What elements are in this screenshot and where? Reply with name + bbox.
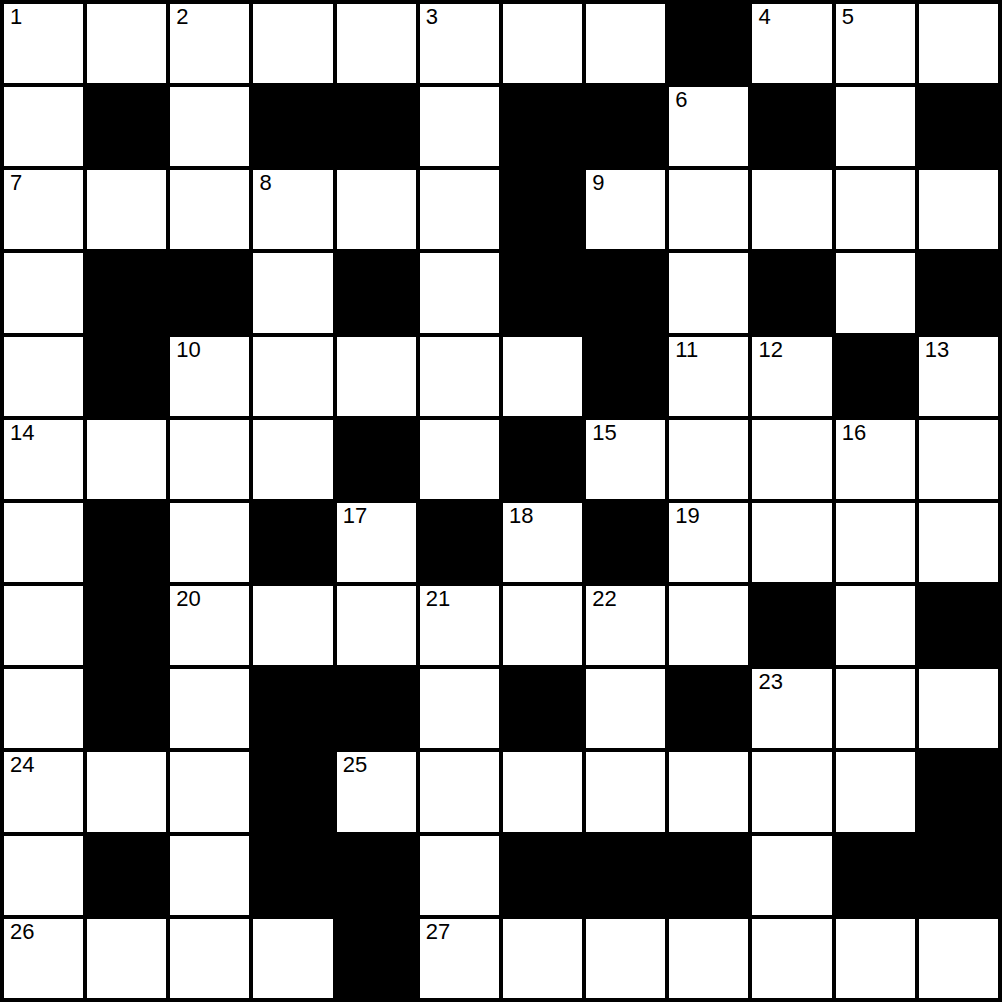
block-cell-r3c11 (919, 253, 998, 332)
cell-r7c0[interactable] (4, 586, 83, 665)
cell-r2c5[interactable] (420, 170, 499, 249)
cell-r5c8[interactable] (669, 420, 748, 499)
block-cell-r10c11 (919, 836, 998, 915)
block-cell-r5c4 (337, 420, 416, 499)
cell-r11c8[interactable] (669, 919, 748, 998)
cell-r1c10[interactable] (836, 87, 915, 166)
cell-r5c2[interactable] (170, 420, 249, 499)
cell-r1c8[interactable]: 6 (669, 87, 748, 166)
block-cell-r10c6 (503, 836, 582, 915)
cell-r2c3[interactable]: 8 (253, 170, 332, 249)
cell-r4c2[interactable]: 10 (170, 337, 249, 416)
clue-number-19: 19 (675, 503, 699, 529)
cell-r2c8[interactable] (669, 170, 748, 249)
block-cell-r8c4 (337, 669, 416, 748)
cell-r4c4[interactable] (337, 337, 416, 416)
block-cell-r1c1 (87, 87, 166, 166)
block-cell-r10c8 (669, 836, 748, 915)
cell-r8c9[interactable]: 23 (752, 669, 831, 748)
block-cell-r3c2 (170, 253, 249, 332)
cell-r4c9[interactable]: 12 (752, 337, 831, 416)
cell-r11c7[interactable] (586, 919, 665, 998)
cell-r8c11[interactable] (919, 669, 998, 748)
clue-number-18: 18 (509, 503, 533, 529)
clue-number-21: 21 (426, 586, 450, 612)
cell-r1c2[interactable] (170, 87, 249, 166)
block-cell-r1c11 (919, 87, 998, 166)
cell-r2c11[interactable] (919, 170, 998, 249)
cell-r5c9[interactable] (752, 420, 831, 499)
cell-r10c5[interactable] (420, 836, 499, 915)
block-cell-r6c3 (253, 503, 332, 582)
cell-r2c1[interactable] (87, 170, 166, 249)
clue-number-23: 23 (758, 669, 782, 695)
block-cell-r6c1 (87, 503, 166, 582)
cell-r0c2[interactable]: 2 (170, 4, 249, 83)
cell-r0c11[interactable] (919, 4, 998, 83)
cell-r11c3[interactable] (253, 919, 332, 998)
clue-number-22: 22 (592, 586, 616, 612)
cell-r6c10[interactable] (836, 503, 915, 582)
cell-r9c1[interactable] (87, 752, 166, 831)
cell-r10c0[interactable] (4, 836, 83, 915)
cell-r9c5[interactable] (420, 752, 499, 831)
cell-r1c0[interactable] (4, 87, 83, 166)
cell-r8c5[interactable] (420, 669, 499, 748)
cell-r11c2[interactable] (170, 919, 249, 998)
block-cell-r10c3 (253, 836, 332, 915)
clue-number-13: 13 (925, 337, 949, 363)
block-cell-r8c8 (669, 669, 748, 748)
clue-number-4: 4 (758, 4, 770, 30)
block-cell-r5c6 (503, 420, 582, 499)
block-cell-r2c6 (503, 170, 582, 249)
cell-r5c5[interactable] (420, 420, 499, 499)
cell-r3c10[interactable] (836, 253, 915, 332)
block-cell-r3c1 (87, 253, 166, 332)
block-cell-r10c1 (87, 836, 166, 915)
cell-r9c4[interactable]: 25 (337, 752, 416, 831)
cell-r9c7[interactable] (586, 752, 665, 831)
cell-r11c10[interactable] (836, 919, 915, 998)
cell-r11c11[interactable] (919, 919, 998, 998)
cell-r3c0[interactable] (4, 253, 83, 332)
cell-r9c6[interactable] (503, 752, 582, 831)
crossword-board: 1234567891011121314151617181920212223242… (0, 0, 1002, 1002)
clue-number-3: 3 (426, 4, 438, 30)
block-cell-r1c6 (503, 87, 582, 166)
block-cell-r3c9 (752, 253, 831, 332)
cell-r8c10[interactable] (836, 669, 915, 748)
cell-r2c10[interactable] (836, 170, 915, 249)
cell-r10c9[interactable] (752, 836, 831, 915)
block-cell-r8c6 (503, 669, 582, 748)
block-cell-r10c7 (586, 836, 665, 915)
block-cell-r1c4 (337, 87, 416, 166)
cell-r5c10[interactable]: 16 (836, 420, 915, 499)
clue-number-10: 10 (176, 337, 200, 363)
clue-number-6: 6 (675, 87, 687, 113)
cell-r6c8[interactable]: 19 (669, 503, 748, 582)
cell-r7c5[interactable]: 21 (420, 586, 499, 665)
cell-r9c2[interactable] (170, 752, 249, 831)
cell-r11c0[interactable]: 26 (4, 919, 83, 998)
cell-r0c3[interactable] (253, 4, 332, 83)
cell-r4c11[interactable]: 13 (919, 337, 998, 416)
block-cell-r1c7 (586, 87, 665, 166)
cell-r7c6[interactable] (503, 586, 582, 665)
block-cell-r1c3 (253, 87, 332, 166)
cell-r9c8[interactable] (669, 752, 748, 831)
block-cell-r6c7 (586, 503, 665, 582)
cell-r10c2[interactable] (170, 836, 249, 915)
block-cell-r9c11 (919, 752, 998, 831)
block-cell-r4c1 (87, 337, 166, 416)
cell-r7c10[interactable] (836, 586, 915, 665)
cell-r6c6[interactable]: 18 (503, 503, 582, 582)
block-cell-r7c11 (919, 586, 998, 665)
clue-number-15: 15 (592, 420, 616, 446)
cell-r5c3[interactable] (253, 420, 332, 499)
cell-r6c4[interactable]: 17 (337, 503, 416, 582)
clue-number-25: 25 (343, 752, 367, 778)
cell-r0c4[interactable] (337, 4, 416, 83)
cell-r11c5[interactable]: 27 (420, 919, 499, 998)
block-cell-r10c4 (337, 836, 416, 915)
clue-number-7: 7 (10, 170, 22, 196)
cell-r1c5[interactable] (420, 87, 499, 166)
block-cell-r6c5 (420, 503, 499, 582)
cell-r5c1[interactable] (87, 420, 166, 499)
cell-r7c8[interactable] (669, 586, 748, 665)
cell-r5c11[interactable] (919, 420, 998, 499)
block-cell-r11c4 (337, 919, 416, 998)
cell-r5c0[interactable]: 14 (4, 420, 83, 499)
cell-r8c0[interactable] (4, 669, 83, 748)
cell-r2c4[interactable] (337, 170, 416, 249)
clue-number-12: 12 (758, 337, 782, 363)
cell-r6c9[interactable] (752, 503, 831, 582)
clue-number-16: 16 (842, 420, 866, 446)
clue-number-8: 8 (259, 170, 271, 196)
cell-r2c9[interactable] (752, 170, 831, 249)
cell-r6c11[interactable] (919, 503, 998, 582)
clue-number-5: 5 (842, 4, 854, 30)
block-cell-r3c6 (503, 253, 582, 332)
cell-r3c8[interactable] (669, 253, 748, 332)
clue-number-14: 14 (10, 420, 34, 446)
cell-r4c8[interactable]: 11 (669, 337, 748, 416)
cell-r11c6[interactable] (503, 919, 582, 998)
cell-r0c5[interactable]: 3 (420, 4, 499, 83)
cell-r0c9[interactable]: 4 (752, 4, 831, 83)
cell-r0c1[interactable] (87, 4, 166, 83)
cell-r4c6[interactable] (503, 337, 582, 416)
cell-r8c7[interactable] (586, 669, 665, 748)
block-cell-r1c9 (752, 87, 831, 166)
clue-number-24: 24 (10, 752, 34, 778)
clue-number-17: 17 (343, 503, 367, 529)
block-cell-r10c10 (836, 836, 915, 915)
cell-r8c2[interactable] (170, 669, 249, 748)
clue-number-1: 1 (10, 4, 22, 30)
cell-r2c7[interactable]: 9 (586, 170, 665, 249)
cell-r9c9[interactable] (752, 752, 831, 831)
clue-number-20: 20 (176, 586, 200, 612)
block-cell-r9c3 (253, 752, 332, 831)
cell-r4c3[interactable] (253, 337, 332, 416)
cell-r3c5[interactable] (420, 253, 499, 332)
cell-r9c10[interactable] (836, 752, 915, 831)
block-cell-r8c1 (87, 669, 166, 748)
cell-r7c2[interactable]: 20 (170, 586, 249, 665)
cell-r4c5[interactable] (420, 337, 499, 416)
block-cell-r0c8 (669, 4, 748, 83)
cell-r7c3[interactable] (253, 586, 332, 665)
cell-r0c7[interactable] (586, 4, 665, 83)
cell-r11c9[interactable] (752, 919, 831, 998)
clue-number-9: 9 (592, 170, 604, 196)
cell-r7c4[interactable] (337, 586, 416, 665)
block-cell-r7c1 (87, 586, 166, 665)
cell-r9c0[interactable]: 24 (4, 752, 83, 831)
cell-r7c7[interactable]: 22 (586, 586, 665, 665)
block-cell-r3c4 (337, 253, 416, 332)
cell-r4c0[interactable] (4, 337, 83, 416)
block-cell-r3c7 (586, 253, 665, 332)
block-cell-r4c10 (836, 337, 915, 416)
cell-r2c2[interactable] (170, 170, 249, 249)
cell-r5c7[interactable]: 15 (586, 420, 665, 499)
clue-number-11: 11 (675, 337, 698, 363)
cell-r0c10[interactable]: 5 (836, 4, 915, 83)
cell-r2c0[interactable]: 7 (4, 170, 83, 249)
block-cell-r8c3 (253, 669, 332, 748)
cell-r6c2[interactable] (170, 503, 249, 582)
cell-r3c3[interactable] (253, 253, 332, 332)
block-cell-r4c7 (586, 337, 665, 416)
clue-number-27: 27 (426, 919, 450, 945)
block-cell-r7c9 (752, 586, 831, 665)
clue-number-26: 26 (10, 919, 34, 945)
cell-r0c6[interactable] (503, 4, 582, 83)
cell-r11c1[interactable] (87, 919, 166, 998)
cell-r6c0[interactable] (4, 503, 83, 582)
clue-number-2: 2 (176, 4, 188, 30)
cell-r0c0[interactable]: 1 (4, 4, 83, 83)
